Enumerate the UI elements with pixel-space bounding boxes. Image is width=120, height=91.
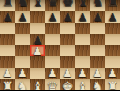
square-f6[interactable] (75, 23, 90, 34)
square-a1[interactable]: ♜ (0, 79, 15, 90)
square-a6[interactable] (0, 23, 15, 34)
white-bishop[interactable]: ♝ (32, 80, 44, 91)
white-pawn[interactable]: ♟ (33, 46, 43, 57)
square-a4[interactable] (0, 45, 15, 56)
square-d7[interactable]: ♟ (45, 11, 60, 22)
black-rook[interactable]: ♜ (2, 0, 14, 8)
square-c7[interactable] (30, 11, 45, 22)
square-a7[interactable]: ♟ (0, 11, 15, 22)
square-c2[interactable] (30, 68, 45, 79)
white-rook[interactable]: ♜ (2, 80, 14, 91)
chess-app-viewport: ♜♞♝♛♚♝♞♜♟♟♟♟♟♟♟♟♟♟♟♟♟♟♟♟♜♞♝♛♚♝♞♜ (0, 0, 120, 90)
square-c4[interactable]: ♟ (30, 45, 45, 56)
square-e5[interactable] (60, 34, 75, 45)
white-knight[interactable]: ♞ (17, 80, 29, 91)
square-b3[interactable] (15, 56, 30, 67)
square-h6[interactable] (105, 23, 120, 34)
square-d4[interactable] (45, 45, 60, 56)
square-f8[interactable]: ♝ (75, 0, 90, 11)
black-pawn[interactable]: ♟ (78, 12, 88, 23)
square-d5[interactable] (45, 34, 60, 45)
white-queen[interactable]: ♛ (47, 80, 59, 91)
black-knight[interactable]: ♞ (92, 0, 104, 8)
white-rook[interactable]: ♜ (107, 80, 119, 91)
chess-board: ♜♞♝♛♚♝♞♜♟♟♟♟♟♟♟♟♟♟♟♟♟♟♟♟♜♞♝♛♚♝♞♜ (0, 0, 120, 90)
square-b7[interactable]: ♟ (15, 11, 30, 22)
square-g4[interactable] (90, 45, 105, 56)
square-e7[interactable]: ♟ (60, 11, 75, 22)
black-pawn[interactable]: ♟ (93, 12, 103, 23)
square-e4[interactable] (60, 45, 75, 56)
square-b6[interactable] (15, 23, 30, 34)
black-pawn[interactable]: ♟ (63, 12, 73, 23)
white-bishop[interactable]: ♝ (77, 80, 89, 91)
square-h2[interactable]: ♟ (105, 68, 120, 79)
square-a8[interactable]: ♜ (0, 0, 15, 11)
square-g5[interactable] (90, 34, 105, 45)
square-g6[interactable] (90, 23, 105, 34)
square-b2[interactable]: ♟ (15, 68, 30, 79)
black-bishop[interactable]: ♝ (32, 0, 44, 8)
square-h7[interactable]: ♟ (105, 11, 120, 22)
square-f2[interactable]: ♟ (75, 68, 90, 79)
square-e1[interactable]: ♚ (60, 79, 75, 90)
black-king[interactable]: ♚ (62, 0, 74, 8)
square-g2[interactable]: ♟ (90, 68, 105, 79)
square-h4[interactable] (105, 45, 120, 56)
square-b8[interactable]: ♞ (15, 0, 30, 11)
square-h3[interactable] (105, 56, 120, 67)
square-g7[interactable]: ♟ (90, 11, 105, 22)
square-b5[interactable] (15, 34, 30, 45)
white-knight[interactable]: ♞ (92, 80, 104, 91)
square-a3[interactable] (0, 56, 15, 67)
black-bishop[interactable]: ♝ (77, 0, 89, 8)
black-knight[interactable]: ♞ (17, 0, 29, 8)
square-f3[interactable] (75, 56, 90, 67)
square-c3[interactable] (30, 56, 45, 67)
square-f4[interactable] (75, 45, 90, 56)
square-g1[interactable]: ♞ (90, 79, 105, 90)
square-c8[interactable]: ♝ (30, 0, 45, 11)
square-e6[interactable] (60, 23, 75, 34)
square-e2[interactable]: ♟ (60, 68, 75, 79)
square-c6[interactable] (30, 23, 45, 34)
square-e3[interactable] (60, 56, 75, 67)
square-d8[interactable]: ♛ (45, 0, 60, 11)
square-h1[interactable]: ♜ (105, 79, 120, 90)
square-g3[interactable] (90, 56, 105, 67)
square-d6[interactable] (45, 23, 60, 34)
square-c1[interactable]: ♝ (30, 79, 45, 90)
black-queen[interactable]: ♛ (47, 0, 59, 8)
square-h5[interactable] (105, 34, 120, 45)
black-pawn[interactable]: ♟ (3, 12, 13, 23)
square-a2[interactable]: ♟ (0, 68, 15, 79)
square-b1[interactable]: ♞ (15, 79, 30, 90)
black-rook[interactable]: ♜ (107, 0, 119, 8)
square-b4[interactable] (15, 45, 30, 56)
square-d3[interactable] (45, 56, 60, 67)
square-d2[interactable]: ♟ (45, 68, 60, 79)
black-pawn[interactable]: ♟ (108, 12, 118, 23)
square-a5[interactable] (0, 34, 15, 45)
white-king[interactable]: ♚ (62, 80, 74, 91)
square-c5[interactable]: ♟ (30, 34, 45, 45)
square-h8[interactable]: ♜ (105, 0, 120, 11)
square-f5[interactable] (75, 34, 90, 45)
square-e8[interactable]: ♚ (60, 0, 75, 11)
square-d1[interactable]: ♛ (45, 79, 60, 90)
square-f7[interactable]: ♟ (75, 11, 90, 22)
square-g8[interactable]: ♞ (90, 0, 105, 11)
black-pawn[interactable]: ♟ (48, 12, 58, 23)
square-f1[interactable]: ♝ (75, 79, 90, 90)
black-pawn[interactable]: ♟ (18, 12, 28, 23)
